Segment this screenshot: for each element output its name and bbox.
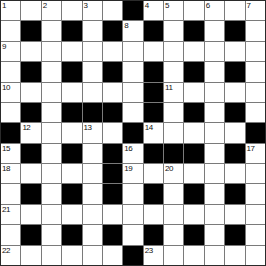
black-cell-r8-c8 [144, 144, 163, 163]
white-cell-r1-c13[interactable]: 7 [246, 1, 265, 20]
crossword-puzzle: 1234567891011121314151617181920212223 [0, 0, 266, 266]
white-cell-r3-c13[interactable] [246, 42, 265, 61]
white-cell-r11-c11[interactable] [205, 205, 224, 224]
white-cell-r7-c10[interactable] [184, 123, 203, 142]
white-cell-r9-c5[interactable] [83, 164, 102, 183]
clue-number-20: 20 [165, 164, 173, 173]
white-cell-r2-c13[interactable] [246, 21, 265, 40]
white-cell-r8-c7[interactable]: 16 [123, 144, 142, 163]
white-cell-r3-c3[interactable] [42, 42, 61, 61]
black-cell-r10-c12 [225, 184, 244, 203]
white-cell-r1-c3[interactable]: 2 [42, 1, 61, 20]
white-cell-r8-c1[interactable]: 15 [1, 144, 20, 163]
black-cell-r6-c6 [103, 103, 122, 122]
black-cell-r4-c8 [144, 62, 163, 81]
white-cell-r5-c1[interactable]: 10 [1, 83, 20, 102]
white-cell-r9-c12[interactable] [225, 164, 244, 183]
white-cell-r4-c13[interactable] [246, 62, 265, 81]
white-cell-r3-c10[interactable] [184, 42, 203, 61]
white-cell-r4-c11[interactable] [205, 62, 224, 81]
white-cell-r10-c5[interactable] [83, 184, 102, 203]
black-cell-r9-c6 [103, 164, 122, 183]
white-cell-r5-c13[interactable] [246, 83, 265, 102]
black-cell-r12-c12 [225, 225, 244, 244]
white-cell-r9-c10[interactable] [184, 164, 203, 183]
white-cell-r7-c2[interactable]: 12 [21, 123, 40, 142]
white-cell-r4-c7[interactable] [123, 62, 142, 81]
white-cell-r7-c5[interactable]: 13 [83, 123, 102, 142]
black-cell-r12-c8 [144, 225, 163, 244]
black-cell-r7-c7 [123, 123, 142, 142]
white-cell-r10-c7[interactable] [123, 184, 142, 203]
white-cell-r13-c11[interactable] [205, 246, 224, 265]
black-cell-r6-c5 [83, 103, 102, 122]
white-cell-r11-c5[interactable] [83, 205, 102, 224]
white-cell-r1-c12[interactable] [225, 1, 244, 20]
black-cell-r12-c10 [184, 225, 203, 244]
black-cell-r2-c12 [225, 21, 244, 40]
clue-number-12: 12 [22, 123, 30, 132]
white-cell-r1-c9[interactable]: 5 [164, 1, 183, 20]
white-cell-r2-c11[interactable] [205, 21, 224, 40]
white-cell-r2-c1[interactable] [1, 21, 20, 40]
white-cell-r11-c3[interactable] [42, 205, 61, 224]
white-cell-r1-c10[interactable] [184, 1, 203, 20]
black-cell-r1-c7 [123, 1, 142, 20]
clue-number-16: 16 [124, 144, 132, 153]
white-cell-r13-c9[interactable] [164, 246, 183, 265]
black-cell-r6-c4 [62, 103, 81, 122]
white-cell-r8-c11[interactable] [205, 144, 224, 163]
white-cell-r3-c9[interactable] [164, 42, 183, 61]
white-cell-r11-c10[interactable] [184, 205, 203, 224]
white-cell-r7-c9[interactable] [164, 123, 183, 142]
black-cell-r10-c8 [144, 184, 163, 203]
clue-number-8: 8 [124, 21, 128, 30]
black-cell-r7-c13 [246, 123, 265, 142]
clue-number-4: 4 [145, 1, 149, 10]
white-cell-r5-c12[interactable] [225, 83, 244, 102]
black-cell-r4-c6 [103, 62, 122, 81]
clue-number-13: 13 [84, 123, 92, 132]
black-cell-r8-c10 [184, 144, 203, 163]
white-cell-r9-c1[interactable]: 18 [1, 164, 20, 183]
white-cell-r10-c3[interactable] [42, 184, 61, 203]
white-cell-r13-c10[interactable] [184, 246, 203, 265]
white-cell-r6-c13[interactable] [246, 103, 265, 122]
clue-number-18: 18 [2, 164, 10, 173]
black-cell-r8-c12 [225, 144, 244, 163]
black-cell-r4-c4 [62, 62, 81, 81]
clue-number-17: 17 [247, 144, 255, 153]
white-cell-r4-c5[interactable] [83, 62, 102, 81]
white-cell-r8-c5[interactable] [83, 144, 102, 163]
black-cell-r5-c8 [144, 83, 163, 102]
white-cell-r11-c4[interactable] [62, 205, 81, 224]
white-cell-r12-c7[interactable] [123, 225, 142, 244]
white-cell-r9-c3[interactable] [42, 164, 61, 183]
crossword-board: 1234567891011121314151617181920212223 [0, 0, 266, 266]
black-cell-r7-c1 [1, 123, 20, 142]
white-cell-r13-c6[interactable] [103, 246, 122, 265]
white-cell-r12-c1[interactable] [1, 225, 20, 244]
black-cell-r12-c2 [21, 225, 40, 244]
black-cell-r10-c2 [21, 184, 40, 203]
white-cell-r7-c3[interactable] [42, 123, 61, 142]
white-cell-r1-c5[interactable]: 3 [83, 1, 102, 20]
white-cell-r5-c10[interactable] [184, 83, 203, 102]
white-cell-r9-c13[interactable] [246, 164, 265, 183]
black-cell-r12-c6 [103, 225, 122, 244]
white-cell-r11-c1[interactable]: 21 [1, 205, 20, 224]
clue-number-21: 21 [2, 205, 10, 214]
black-cell-r6-c2 [21, 103, 40, 122]
white-cell-r12-c5[interactable] [83, 225, 102, 244]
black-cell-r12-c4 [62, 225, 81, 244]
white-cell-r7-c12[interactable] [225, 123, 244, 142]
black-cell-r10-c6 [103, 184, 122, 203]
white-cell-r7-c8[interactable]: 14 [144, 123, 163, 142]
white-cell-r13-c12[interactable] [225, 246, 244, 265]
white-cell-r5-c2[interactable] [21, 83, 40, 102]
white-cell-r3-c11[interactable] [205, 42, 224, 61]
black-cell-r13-c7 [123, 246, 142, 265]
white-cell-r5-c5[interactable] [83, 83, 102, 102]
white-cell-r5-c6[interactable] [103, 83, 122, 102]
black-cell-r10-c4 [62, 184, 81, 203]
white-cell-r9-c8[interactable] [144, 164, 163, 183]
white-cell-r12-c3[interactable] [42, 225, 61, 244]
white-cell-r9-c7[interactable]: 19 [123, 164, 142, 183]
white-cell-r9-c11[interactable] [205, 164, 224, 183]
clue-number-19: 19 [124, 164, 132, 173]
white-cell-r11-c7[interactable] [123, 205, 142, 224]
white-cell-r7-c6[interactable] [103, 123, 122, 142]
white-cell-r1-c1[interactable]: 1 [1, 1, 20, 20]
white-cell-r5-c7[interactable] [123, 83, 142, 102]
white-cell-r13-c4[interactable] [62, 246, 81, 265]
white-cell-r8-c3[interactable] [42, 144, 61, 163]
white-cell-r13-c13[interactable] [246, 246, 265, 265]
white-cell-r11-c6[interactable] [103, 205, 122, 224]
clue-number-1: 1 [2, 1, 6, 10]
clue-number-2: 2 [43, 1, 47, 10]
white-cell-r10-c9[interactable] [164, 184, 183, 203]
black-cell-r10-c10 [184, 184, 203, 203]
white-cell-r6-c11[interactable] [205, 103, 224, 122]
white-cell-r3-c12[interactable] [225, 42, 244, 61]
white-cell-r3-c6[interactable] [103, 42, 122, 61]
white-cell-r2-c7[interactable]: 8 [123, 21, 142, 40]
black-cell-r8-c6 [103, 144, 122, 163]
clue-number-10: 10 [2, 83, 10, 92]
black-cell-r4-c2 [21, 62, 40, 81]
white-cell-r8-c13[interactable]: 17 [246, 144, 265, 163]
black-cell-r2-c4 [62, 21, 81, 40]
white-cell-r2-c5[interactable] [83, 21, 102, 40]
black-cell-r6-c10 [184, 103, 203, 122]
white-cell-r10-c13[interactable] [246, 184, 265, 203]
white-cell-r13-c1[interactable]: 22 [1, 246, 20, 265]
white-cell-r3-c1[interactable]: 9 [1, 42, 20, 61]
white-cell-r4-c1[interactable] [1, 62, 20, 81]
clue-number-5: 5 [165, 1, 169, 10]
white-cell-r3-c8[interactable] [144, 42, 163, 61]
white-cell-r3-c2[interactable] [21, 42, 40, 61]
white-cell-r6-c7[interactable] [123, 103, 142, 122]
clue-number-11: 11 [165, 83, 172, 92]
white-cell-r1-c11[interactable]: 6 [205, 1, 224, 20]
white-cell-r12-c13[interactable] [246, 225, 265, 244]
clue-number-3: 3 [84, 1, 88, 10]
white-cell-r5-c3[interactable] [42, 83, 61, 102]
black-cell-r2-c10 [184, 21, 203, 40]
black-cell-r8-c9 [164, 144, 183, 163]
clue-number-15: 15 [2, 144, 10, 153]
white-cell-r10-c1[interactable] [1, 184, 20, 203]
white-cell-r4-c3[interactable] [42, 62, 61, 81]
white-cell-r7-c11[interactable] [205, 123, 224, 142]
white-cell-r9-c9[interactable]: 20 [164, 164, 183, 183]
white-cell-r9-c2[interactable] [21, 164, 40, 183]
white-cell-r7-c4[interactable] [62, 123, 81, 142]
white-cell-r6-c9[interactable] [164, 103, 183, 122]
white-cell-r1-c2[interactable] [21, 1, 40, 20]
white-cell-r1-c8[interactable]: 4 [144, 1, 163, 20]
white-cell-r1-c4[interactable] [62, 1, 81, 20]
white-cell-r11-c2[interactable] [21, 205, 40, 224]
white-cell-r2-c9[interactable] [164, 21, 183, 40]
white-cell-r3-c4[interactable] [62, 42, 81, 61]
white-cell-r13-c8[interactable]: 23 [144, 246, 163, 265]
black-cell-r8-c4 [62, 144, 81, 163]
black-cell-r4-c10 [184, 62, 203, 81]
white-cell-r11-c8[interactable] [144, 205, 163, 224]
white-cell-r2-c3[interactable] [42, 21, 61, 40]
white-cell-r3-c7[interactable] [123, 42, 142, 61]
white-cell-r13-c3[interactable] [42, 246, 61, 265]
black-cell-r2-c2 [21, 21, 40, 40]
white-cell-r13-c2[interactable] [21, 246, 40, 265]
white-cell-r4-c9[interactable] [164, 62, 183, 81]
white-cell-r11-c13[interactable] [246, 205, 265, 224]
white-cell-r1-c6[interactable] [103, 1, 122, 20]
white-cell-r12-c11[interactable] [205, 225, 224, 244]
white-cell-r13-c5[interactable] [83, 246, 102, 265]
black-cell-r8-c2 [21, 144, 40, 163]
white-cell-r5-c4[interactable] [62, 83, 81, 102]
white-cell-r9-c4[interactable] [62, 164, 81, 183]
white-cell-r10-c11[interactable] [205, 184, 224, 203]
clue-number-6: 6 [206, 1, 210, 10]
white-cell-r5-c9[interactable]: 11 [164, 83, 183, 102]
white-cell-r6-c3[interactable] [42, 103, 61, 122]
white-cell-r3-c5[interactable] [83, 42, 102, 61]
clue-number-22: 22 [2, 246, 10, 255]
black-cell-r4-c12 [225, 62, 244, 81]
white-cell-r6-c1[interactable] [1, 103, 20, 122]
black-cell-r6-c12 [225, 103, 244, 122]
white-cell-r11-c12[interactable] [225, 205, 244, 224]
clue-number-7: 7 [247, 1, 251, 10]
clue-number-9: 9 [2, 42, 6, 51]
black-cell-r2-c6 [103, 21, 122, 40]
clue-number-14: 14 [145, 123, 153, 132]
white-cell-r11-c9[interactable] [164, 205, 183, 224]
white-cell-r5-c11[interactable] [205, 83, 224, 102]
black-cell-r6-c8 [144, 103, 163, 122]
black-cell-r2-c8 [144, 21, 163, 40]
white-cell-r12-c9[interactable] [164, 225, 183, 244]
clue-number-23: 23 [145, 246, 153, 255]
